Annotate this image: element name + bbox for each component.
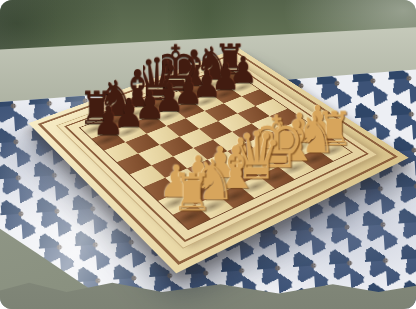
piece-black-pawn-a7[interactable]: ♟ — [94, 100, 124, 140]
chess-photo-scene: ♜♞♝♛♚♝♞♜♟♟♟♟♟♟♟♟♟♟♟♟♟♟♟♟♜♞♝♛♚♝♞♜ — [0, 0, 416, 309]
board-perspective-wrap: ♜♞♝♛♚♝♞♜♟♟♟♟♟♟♟♟♟♟♟♟♟♟♟♟♜♞♝♛♚♝♞♜ — [0, 0, 416, 309]
piece-white-rook-a1[interactable]: ♜ — [175, 164, 209, 216]
chess-board: ♜♞♝♛♚♝♞♜♟♟♟♟♟♟♟♟♟♟♟♟♟♟♟♟♜♞♝♛♚♝♞♜ — [28, 48, 408, 273]
